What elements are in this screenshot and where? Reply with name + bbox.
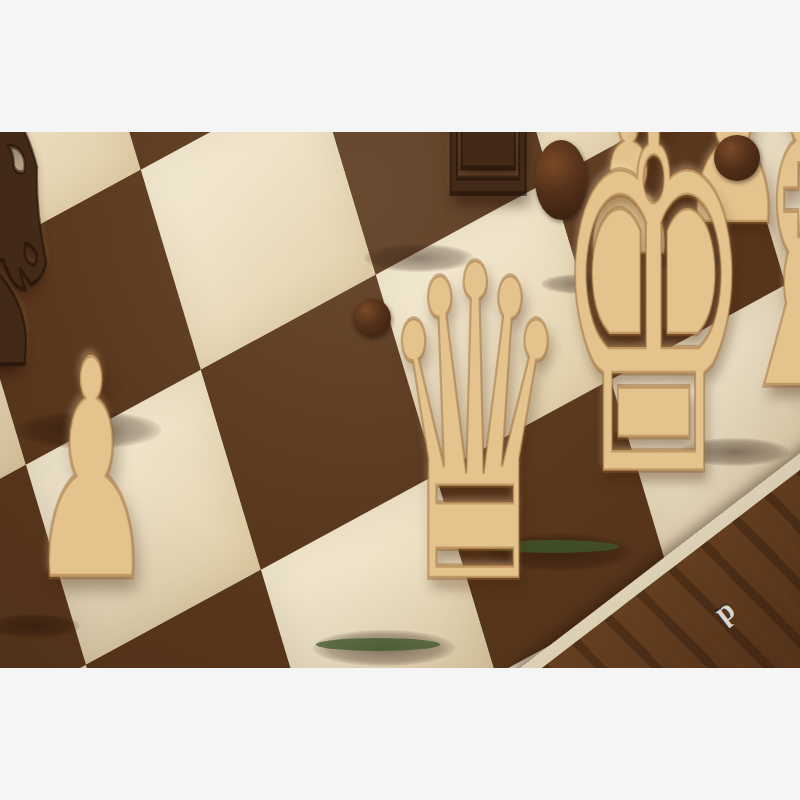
piece-finial xyxy=(714,135,760,181)
piece-finial xyxy=(353,299,391,337)
product-photo-canvas: d ♞♚♟♟♝♛♚♟ xyxy=(0,0,800,800)
piece-finial xyxy=(535,140,587,220)
file-label-d: d xyxy=(711,597,745,634)
chessboard-photo: d ♞♚♟♟♝♛♚♟ xyxy=(0,132,800,668)
